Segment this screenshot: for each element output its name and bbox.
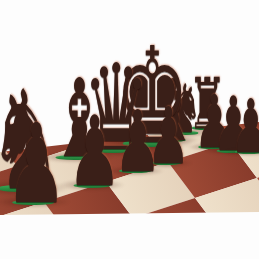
piece-pawn-h7: ♟ [219,89,259,163]
pieces-layer: ♞♝♛♚♝♞♜♟♟♟♟♟♟♟ [0,0,259,259]
pawn-glyph: ♟ [6,109,61,219]
chess-set-photo: ♞♝♛♚♝♞♜♟♟♟♟♟♟♟ [0,0,259,259]
piece-pawn-b7: ♟ [0,109,77,219]
pawn-glyph: ♟ [231,89,259,163]
